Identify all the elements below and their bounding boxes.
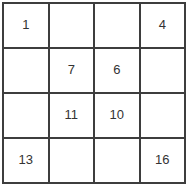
cell-r1c2: [50, 4, 94, 47]
cell-r2c4: [141, 49, 185, 92]
cell-r1c1: 1: [4, 4, 48, 47]
cell-r2c2: 7: [50, 49, 94, 92]
cell-r1c4: 4: [141, 4, 185, 47]
cell-r3c4: [141, 94, 185, 137]
cell-r1c3: [95, 4, 139, 47]
cell-r4c2: [50, 139, 94, 182]
puzzle-grid: 1 4 7 6 11 10 13 16: [2, 2, 186, 184]
cell-r4c4: 16: [141, 139, 185, 182]
cell-r3c1: [4, 94, 48, 137]
cell-r2c1: [4, 49, 48, 92]
cell-r4c1: 13: [4, 139, 48, 182]
cell-r4c3: [95, 139, 139, 182]
cell-r3c3: 10: [95, 94, 139, 137]
puzzle-screenshot: 1 4 7 6 11 10 13 16: [0, 0, 189, 188]
cell-r3c2: 11: [50, 94, 94, 137]
cell-r2c3: 6: [95, 49, 139, 92]
